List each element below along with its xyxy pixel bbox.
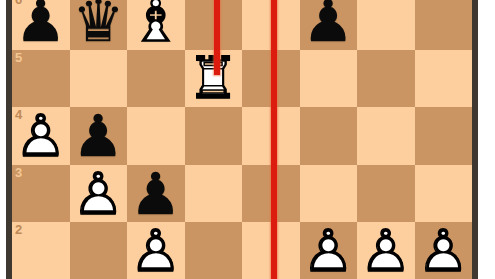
- chess-board[interactable]: 6♟♛♝♗♟5♜♖4♟♙♟3♟♙♟2♟♙♟♙♟♙♟♙: [12, 0, 472, 279]
- board-border-right: [472, 0, 478, 279]
- square-h4[interactable]: [415, 107, 473, 165]
- white-pawn-piece[interactable]: ♟♙: [127, 222, 185, 279]
- white-pawn-outline-detail: ♙: [357, 222, 415, 279]
- black-queen-glyph: ♛: [70, 0, 128, 50]
- white-pawn-outline-detail: ♙: [127, 222, 185, 279]
- red-line-e-file: [271, 0, 277, 279]
- square-g2[interactable]: ♟♙: [357, 222, 415, 279]
- white-pawn-piece[interactable]: ♟♙: [357, 222, 415, 279]
- square-f2[interactable]: ♟♙: [300, 222, 358, 279]
- white-pawn-outline-detail: ♙: [300, 222, 358, 279]
- white-pawn-outline-detail: ♙: [12, 107, 70, 165]
- square-g6[interactable]: [357, 0, 415, 50]
- square-g3[interactable]: [357, 165, 415, 223]
- black-pawn-glyph: ♟: [12, 0, 70, 50]
- black-queen-piece[interactable]: ♛: [70, 0, 128, 50]
- white-pawn-piece[interactable]: ♟♙: [415, 222, 473, 279]
- square-c3[interactable]: ♟: [127, 165, 185, 223]
- square-b6[interactable]: ♛: [70, 0, 128, 50]
- square-f5[interactable]: [300, 50, 358, 108]
- white-bishop-piece[interactable]: ♝♗: [127, 0, 185, 50]
- white-pawn-outline-detail: ♙: [70, 165, 128, 223]
- black-pawn-piece[interactable]: ♟: [300, 0, 358, 50]
- square-f6[interactable]: ♟: [300, 0, 358, 50]
- square-h6[interactable]: [415, 0, 473, 50]
- black-pawn-glyph: ♟: [70, 107, 128, 165]
- square-d2[interactable]: [185, 222, 243, 279]
- square-c5[interactable]: [127, 50, 185, 108]
- rank-label-5: 5: [15, 51, 22, 64]
- white-bishop-outline-detail: ♗: [127, 0, 185, 50]
- square-b5[interactable]: [70, 50, 128, 108]
- square-d4[interactable]: [185, 107, 243, 165]
- square-h5[interactable]: [415, 50, 473, 108]
- square-a5[interactable]: 5: [12, 50, 70, 108]
- rank-label-3: 3: [15, 166, 22, 179]
- square-d3[interactable]: [185, 165, 243, 223]
- square-h2[interactable]: ♟♙: [415, 222, 473, 279]
- square-a4[interactable]: 4♟♙: [12, 107, 70, 165]
- black-pawn-piece[interactable]: ♟: [127, 165, 185, 223]
- black-pawn-piece[interactable]: ♟: [70, 107, 128, 165]
- square-b4[interactable]: ♟: [70, 107, 128, 165]
- square-g5[interactable]: [357, 50, 415, 108]
- black-pawn-glyph: ♟: [300, 0, 358, 50]
- red-arrow-d-file: [214, 0, 220, 75]
- square-a3[interactable]: 3: [12, 165, 70, 223]
- white-pawn-piece[interactable]: ♟♙: [12, 107, 70, 165]
- square-f3[interactable]: [300, 165, 358, 223]
- square-a2[interactable]: 2: [12, 222, 70, 279]
- board-border-left: [6, 0, 12, 279]
- black-pawn-glyph: ♟: [127, 165, 185, 223]
- white-pawn-piece[interactable]: ♟♙: [70, 165, 128, 223]
- square-f4[interactable]: [300, 107, 358, 165]
- square-c4[interactable]: [127, 107, 185, 165]
- black-pawn-piece[interactable]: ♟: [12, 0, 70, 50]
- square-b3[interactable]: ♟♙: [70, 165, 128, 223]
- square-h3[interactable]: [415, 165, 473, 223]
- square-a6[interactable]: 6♟: [12, 0, 70, 50]
- square-c6[interactable]: ♝♗: [127, 0, 185, 50]
- white-pawn-outline-detail: ♙: [415, 222, 473, 279]
- square-g4[interactable]: [357, 107, 415, 165]
- square-c2[interactable]: ♟♙: [127, 222, 185, 279]
- rank-label-2: 2: [15, 223, 22, 236]
- white-pawn-piece[interactable]: ♟♙: [300, 222, 358, 279]
- square-b2[interactable]: [70, 222, 128, 279]
- chess-board-screenshot: 6♟♛♝♗♟5♜♖4♟♙♟3♟♙♟2♟♙♟♙♟♙♟♙: [0, 0, 495, 279]
